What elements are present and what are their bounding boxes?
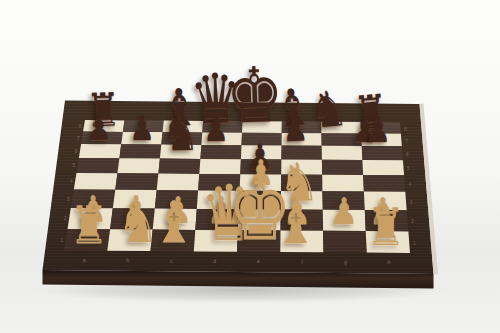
file-label-e: e [257, 258, 260, 264]
rank-label-right-3: 3 [410, 200, 413, 205]
rank-label-left-3: 3 [67, 197, 70, 202]
rank-label-right-6: 6 [406, 152, 409, 157]
chessboard-photo-scene: abcdefgh1122334455667788 ♜♝♛♚♝♞♜♟♟♟♟♟♟♟♞… [0, 0, 500, 333]
file-label-c: c [170, 258, 173, 264]
file-label-g: g [344, 259, 347, 265]
rank-label-left-5: 5 [73, 163, 76, 168]
rank-label-right-4: 4 [408, 182, 411, 187]
rank-label-left-2: 2 [64, 216, 67, 221]
rank-label-right-1: 1 [413, 241, 416, 246]
chess-board: abcdefgh1122334455667788 [0, 0, 500, 333]
rank-label-right-5: 5 [407, 166, 410, 171]
rank-label-left-6: 6 [75, 149, 78, 154]
rank-label-left-4: 4 [70, 179, 73, 184]
file-label-b: b [126, 257, 129, 263]
rank-label-right-2: 2 [411, 219, 414, 224]
rank-label-right-7: 7 [405, 139, 408, 144]
file-label-a: a [83, 257, 86, 263]
rank-label-right-8: 8 [404, 127, 407, 132]
file-label-h: h [388, 259, 391, 265]
rank-label-left-1: 1 [61, 238, 64, 243]
squares-sheen [64, 120, 410, 253]
rank-label-left-7: 7 [77, 136, 80, 141]
rank-label-left-8: 8 [79, 124, 82, 129]
file-label-d: d [213, 258, 216, 264]
